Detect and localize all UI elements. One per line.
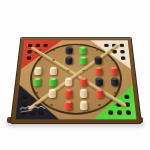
peg-red[interactable] — [96, 88, 104, 97]
empty-hole — [111, 59, 114, 61]
empty-hole — [96, 49, 99, 51]
grid-cell — [91, 76, 107, 87]
grid-cell — [61, 55, 76, 65]
peg-black[interactable] — [65, 56, 72, 64]
empty-hole — [53, 59, 56, 61]
board-field — [16, 40, 137, 119]
peg-red[interactable] — [95, 66, 103, 74]
corner-hole — [121, 56, 126, 59]
empty-hole — [39, 49, 42, 51]
corner-hole — [27, 50, 32, 53]
peg-red[interactable] — [64, 88, 72, 97]
peg-black[interactable] — [110, 77, 118, 86]
grid-cell — [31, 55, 47, 65]
empty-hole — [38, 59, 41, 61]
signature-mark — [18, 101, 48, 113]
peg-red[interactable] — [110, 66, 118, 74]
grid-cell — [76, 45, 91, 55]
grid-cell — [44, 87, 60, 99]
peg-cream[interactable] — [64, 77, 72, 86]
grid-cell — [32, 45, 47, 55]
peg-black[interactable] — [94, 56, 101, 64]
peg-green[interactable] — [49, 77, 57, 86]
grid-cell — [28, 87, 45, 99]
empty-hole — [50, 104, 53, 106]
grid-cell — [60, 87, 76, 99]
peg-cream[interactable] — [50, 66, 58, 74]
grid-cell — [76, 76, 92, 87]
peg-black[interactable] — [65, 46, 72, 54]
grid-cell — [61, 65, 76, 76]
grid-cell — [76, 65, 91, 76]
board-photo — [0, 0, 150, 150]
peg-green[interactable] — [80, 46, 87, 54]
corner-hole — [23, 95, 28, 99]
grid-cell — [92, 99, 109, 111]
corner-hole — [120, 50, 125, 53]
peg-black[interactable] — [95, 77, 103, 86]
grid-cell — [61, 45, 76, 55]
grid-cell — [91, 65, 107, 76]
corner-hole — [27, 56, 32, 59]
grid-cell — [46, 65, 62, 76]
peg-green[interactable] — [80, 56, 87, 64]
grid-cell — [76, 87, 92, 99]
grid-cell — [107, 87, 124, 99]
grid-cell — [76, 55, 91, 65]
empty-hole — [53, 49, 56, 51]
corner-hole — [117, 111, 122, 115]
empty-hole — [114, 92, 117, 94]
empty-hole — [99, 104, 102, 106]
peg-green[interactable] — [33, 77, 41, 86]
grid-cell — [29, 76, 45, 87]
grid-cell — [45, 76, 61, 87]
peg-cream[interactable] — [80, 100, 88, 110]
grid-cell — [60, 76, 76, 87]
grid-cell — [91, 55, 106, 65]
peg-red[interactable] — [80, 77, 88, 86]
grid-cell — [106, 76, 122, 87]
empty-hole — [115, 104, 118, 106]
grid-cell — [46, 55, 61, 65]
peg-cream[interactable] — [48, 88, 56, 97]
grid-cell — [106, 65, 122, 76]
corner-hole — [126, 111, 131, 115]
empty-hole — [67, 70, 70, 72]
corner-hole — [124, 95, 129, 99]
grid-cell — [92, 87, 108, 99]
empty-hole — [111, 49, 114, 51]
grid-cell — [30, 65, 46, 76]
game-board — [10, 37, 142, 124]
peg-red[interactable] — [64, 100, 72, 110]
grid-cell — [76, 99, 92, 111]
grid-cell — [47, 45, 62, 55]
peg-cream[interactable] — [34, 66, 42, 74]
grid-cell — [60, 99, 76, 111]
grid-cell — [108, 99, 125, 111]
empty-hole — [35, 92, 38, 94]
grid-cell — [105, 45, 120, 55]
peg-cream[interactable] — [80, 88, 88, 97]
corner-hole — [120, 44, 125, 47]
grid-cell — [105, 55, 121, 65]
corner-hole — [108, 111, 113, 115]
empty-hole — [82, 70, 85, 72]
grid-cell — [90, 45, 105, 55]
